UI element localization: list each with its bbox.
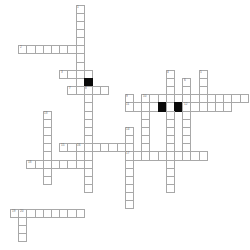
grid-cell[interactable] [84,184,93,193]
clue-number: 16 [77,144,80,147]
clue-number: 11 [126,103,129,106]
clue-number: 10 [143,95,146,98]
clue-number: 8 [85,87,87,90]
clue-number: 4 [167,71,169,74]
clue-number: 1 [77,6,79,9]
grid-cell[interactable] [240,94,249,103]
clue-number: 6 [184,79,186,82]
grid-cell[interactable] [125,200,134,209]
clue-number: 14 [126,128,129,131]
clue-number: 20 [20,210,23,213]
grid-cell[interactable] [223,102,232,111]
clue-number: 19 [12,210,15,213]
grid-cell[interactable] [18,233,27,242]
clue-number: 12 [184,103,187,106]
clue-number: 9 [126,95,128,98]
clue-number: 5 [200,71,202,74]
clue-number: 13 [44,112,47,115]
grid-cell[interactable] [199,151,208,160]
clue-number: 7 [69,87,71,90]
clue-number: 18 [28,161,31,164]
clue-number: 15 [61,144,64,147]
clue-number: 3 [61,71,63,74]
grid-cell[interactable] [166,184,175,193]
clue-number: 2 [20,46,22,49]
grid-cell[interactable] [100,86,109,95]
grid-cell[interactable] [43,176,52,185]
crossword-grid: 1234567891011121314151617181920 [0,0,250,250]
clue-number: 17 [126,152,129,155]
grid-cell[interactable] [76,209,85,218]
